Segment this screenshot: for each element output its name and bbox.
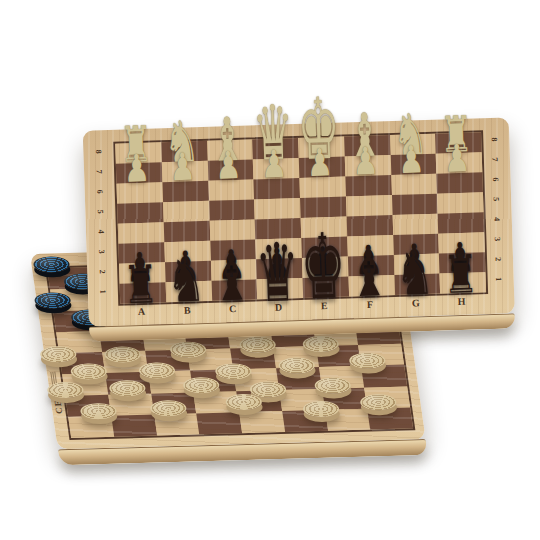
ce-mark-text: CE [52, 399, 64, 414]
chess-board: ABCDEFGH8877665544332211 ♜♞♝♛♚♝♞♜♟♟♟♟♟♟♟… [83, 117, 515, 340]
chess-rank-label-left-1: 1 [98, 287, 107, 297]
chess-square-h8 [435, 132, 481, 153]
chess-square-e3 [301, 236, 347, 257]
chess-square-d8 [252, 138, 298, 159]
chess-board-surface: ABCDEFGH8877665544332211 [83, 117, 515, 326]
chess-square-e8 [298, 137, 344, 158]
chess-square-a7 [116, 162, 162, 183]
chess-file-label-c: C [226, 303, 240, 314]
chess-file-label-a: A [134, 306, 148, 317]
checkers-square-r7c4 [239, 411, 285, 433]
checkers-square-r7c2 [154, 413, 200, 435]
chess-square-a4 [118, 222, 164, 243]
chess-file-label-b: B [180, 304, 194, 315]
chess-square-d2 [256, 258, 302, 279]
chess-square-a6 [116, 182, 162, 203]
chess-file-label-g: G [409, 297, 423, 308]
chess-square-c1 [211, 279, 257, 300]
chess-square-g8 [390, 134, 436, 155]
chess-square-f5 [346, 195, 392, 216]
chess-rank-label-left-4: 4 [96, 227, 105, 237]
chess-square-g6 [391, 174, 437, 195]
chess-square-c2 [210, 259, 256, 280]
chess-square-b1 [165, 281, 211, 302]
checkers-square-r7c0 [68, 416, 114, 438]
chess-rank-label-left-6: 6 [95, 187, 104, 197]
chess-rank-label-right-2: 2 [493, 254, 502, 264]
chess-square-a3 [118, 242, 164, 263]
chess-square-f1 [348, 275, 394, 296]
chess-square-d7 [253, 158, 299, 179]
chess-square-g1 [394, 274, 440, 295]
chess-file-label-f: F [363, 299, 377, 310]
chess-square-c3 [210, 239, 256, 260]
chess-square-g2 [393, 254, 439, 275]
chess-square-h3 [438, 232, 484, 253]
chess-square-e4 [301, 217, 347, 238]
chess-square-c6 [208, 179, 254, 200]
chess-rank-label-right-1: 1 [494, 274, 503, 284]
chess-square-d4 [255, 218, 301, 239]
chess-square-f6 [345, 175, 391, 196]
chess-rank-label-left-3: 3 [97, 247, 106, 257]
chess-square-h1 [440, 272, 486, 293]
chess-square-c7 [207, 159, 253, 180]
chess-square-f8 [344, 135, 390, 156]
chess-square-e1 [303, 276, 349, 297]
chess-square-g4 [392, 214, 438, 235]
chess-square-f4 [346, 215, 392, 236]
chess-square-d3 [256, 238, 302, 259]
chess-rank-label-right-6: 6 [491, 174, 500, 184]
chess-rank-label-left-8: 8 [94, 147, 103, 157]
product-photo-stage: CE ABCDEFGH8877665544332211 ♜♞♝♛♚♝♞♜♟♟♟♟… [0, 0, 540, 540]
chess-square-h2 [439, 252, 485, 273]
chess-square-h7 [436, 152, 482, 173]
chess-square-b7 [162, 161, 208, 182]
chess-square-a8 [115, 142, 161, 163]
chess-square-d1 [257, 278, 303, 299]
chess-rank-label-left-5: 5 [96, 207, 105, 217]
chess-rank-label-right-3: 3 [493, 234, 502, 244]
chess-grid [113, 130, 488, 306]
chess-file-label-d: D [271, 301, 285, 312]
chess-square-e2 [302, 256, 348, 277]
chess-square-f2 [348, 255, 394, 276]
chess-rank-label-right-7: 7 [490, 154, 499, 164]
chess-rank-label-right-4: 4 [492, 214, 501, 224]
chess-square-h4 [438, 212, 484, 233]
chess-square-g5 [391, 194, 437, 215]
chess-square-b3 [164, 241, 210, 262]
chess-square-a1 [120, 282, 166, 303]
chess-square-f7 [344, 155, 390, 176]
chess-square-d6 [254, 178, 300, 199]
checkers-square-r7c7 [367, 407, 413, 429]
chess-square-a5 [117, 202, 163, 223]
chess-square-h5 [437, 192, 483, 213]
chess-rank-label-left-7: 7 [94, 167, 103, 177]
chess-rank-label-right-8: 8 [490, 134, 499, 144]
chess-coordinate-labels: ABCDEFGH8877665544332211 [83, 117, 509, 130]
chess-rank-label-left-2: 2 [98, 267, 107, 277]
chess-square-a2 [119, 262, 165, 283]
chess-square-c5 [209, 199, 255, 220]
chess-rank-label-right-5: 5 [492, 194, 501, 204]
chess-square-e6 [299, 177, 345, 198]
chess-square-f3 [347, 235, 393, 256]
chess-square-e5 [300, 197, 346, 218]
chess-square-b5 [163, 201, 209, 222]
chess-square-c8 [207, 139, 253, 160]
checkers-square-r7c3 [196, 412, 242, 434]
chess-square-b8 [161, 141, 207, 162]
chess-file-label-e: E [317, 300, 331, 311]
checkers-square-r7c1 [111, 414, 157, 436]
chess-square-b6 [162, 181, 208, 202]
chess-square-g3 [393, 234, 439, 255]
chess-file-label-h: H [454, 296, 468, 307]
chess-square-c4 [209, 219, 255, 240]
chess-square-g7 [390, 154, 436, 175]
chess-square-h6 [437, 172, 483, 193]
chess-square-b4 [163, 221, 209, 242]
chess-square-b2 [165, 261, 211, 282]
chess-square-d5 [254, 198, 300, 219]
chess-square-e7 [299, 157, 345, 178]
